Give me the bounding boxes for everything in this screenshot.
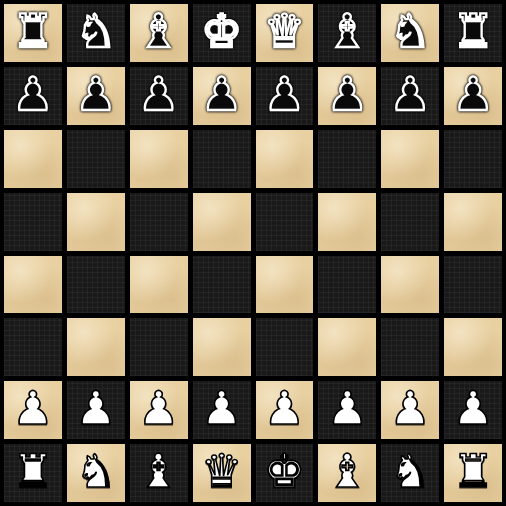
square-d6[interactable] xyxy=(193,130,251,188)
piece-white-bishop[interactable]: ♝ xyxy=(327,448,368,494)
square-a6[interactable] xyxy=(4,130,62,188)
piece-white-pawn[interactable]: ♟ xyxy=(264,385,305,431)
piece-black-pawn[interactable]: ♟ xyxy=(264,71,305,117)
piece-white-pawn[interactable]: ♟ xyxy=(75,385,116,431)
square-b6[interactable] xyxy=(67,130,125,188)
square-a4[interactable] xyxy=(4,256,62,314)
piece-black-rook[interactable]: ♜ xyxy=(12,8,53,54)
square-a2[interactable]: ♟ xyxy=(4,381,62,439)
piece-black-queen[interactable]: ♛ xyxy=(264,8,305,54)
square-c3[interactable] xyxy=(130,318,188,376)
square-b7[interactable]: ♟ xyxy=(67,67,125,125)
square-e3[interactable] xyxy=(256,318,314,376)
square-g6[interactable] xyxy=(381,130,439,188)
square-b1[interactable]: ♞ xyxy=(67,444,125,502)
chess-board: ♜♞♝♚♛♝♞♜♟♟♟♟♟♟♟♟♟♟♟♟♟♟♟♟♜♞♝♛♚♝♞♜ xyxy=(0,0,506,506)
square-f4[interactable] xyxy=(318,256,376,314)
square-d7[interactable]: ♟ xyxy=(193,67,251,125)
piece-white-knight[interactable]: ♞ xyxy=(75,448,116,494)
square-d3[interactable] xyxy=(193,318,251,376)
square-b4[interactable] xyxy=(67,256,125,314)
square-h8[interactable]: ♜ xyxy=(444,4,502,62)
piece-black-knight[interactable]: ♞ xyxy=(390,8,431,54)
square-h6[interactable] xyxy=(444,130,502,188)
piece-white-rook[interactable]: ♜ xyxy=(452,448,493,494)
square-b2[interactable]: ♟ xyxy=(67,381,125,439)
square-a3[interactable] xyxy=(4,318,62,376)
square-f1[interactable]: ♝ xyxy=(318,444,376,502)
square-d1[interactable]: ♛ xyxy=(193,444,251,502)
square-c2[interactable]: ♟ xyxy=(130,381,188,439)
square-g3[interactable] xyxy=(381,318,439,376)
piece-white-bishop[interactable]: ♝ xyxy=(138,448,179,494)
square-a8[interactable]: ♜ xyxy=(4,4,62,62)
square-f2[interactable]: ♟ xyxy=(318,381,376,439)
square-c1[interactable]: ♝ xyxy=(130,444,188,502)
square-h2[interactable]: ♟ xyxy=(444,381,502,439)
piece-white-pawn[interactable]: ♟ xyxy=(390,385,431,431)
square-g5[interactable] xyxy=(381,193,439,251)
square-b8[interactable]: ♞ xyxy=(67,4,125,62)
square-e6[interactable] xyxy=(256,130,314,188)
square-g4[interactable] xyxy=(381,256,439,314)
piece-white-pawn[interactable]: ♟ xyxy=(12,385,53,431)
piece-black-pawn[interactable]: ♟ xyxy=(12,71,53,117)
square-d2[interactable]: ♟ xyxy=(193,381,251,439)
square-c8[interactable]: ♝ xyxy=(130,4,188,62)
square-a5[interactable] xyxy=(4,193,62,251)
square-d4[interactable] xyxy=(193,256,251,314)
square-e4[interactable] xyxy=(256,256,314,314)
square-f3[interactable] xyxy=(318,318,376,376)
square-e7[interactable]: ♟ xyxy=(256,67,314,125)
piece-black-bishop[interactable]: ♝ xyxy=(138,8,179,54)
piece-white-pawn[interactable]: ♟ xyxy=(327,385,368,431)
piece-black-bishop[interactable]: ♝ xyxy=(327,8,368,54)
square-c4[interactable] xyxy=(130,256,188,314)
piece-black-pawn[interactable]: ♟ xyxy=(138,71,179,117)
piece-white-knight[interactable]: ♞ xyxy=(390,448,431,494)
piece-black-king[interactable]: ♚ xyxy=(201,8,242,54)
square-c5[interactable] xyxy=(130,193,188,251)
square-c7[interactable]: ♟ xyxy=(130,67,188,125)
piece-white-rook[interactable]: ♜ xyxy=(12,448,53,494)
square-h3[interactable] xyxy=(444,318,502,376)
square-h1[interactable]: ♜ xyxy=(444,444,502,502)
piece-black-pawn[interactable]: ♟ xyxy=(390,71,431,117)
piece-white-pawn[interactable]: ♟ xyxy=(138,385,179,431)
square-h7[interactable]: ♟ xyxy=(444,67,502,125)
piece-black-pawn[interactable]: ♟ xyxy=(201,71,242,117)
square-b3[interactable] xyxy=(67,318,125,376)
square-e8[interactable]: ♛ xyxy=(256,4,314,62)
square-f8[interactable]: ♝ xyxy=(318,4,376,62)
square-a1[interactable]: ♜ xyxy=(4,444,62,502)
piece-black-pawn[interactable]: ♟ xyxy=(452,71,493,117)
piece-white-pawn[interactable]: ♟ xyxy=(452,385,493,431)
piece-black-pawn[interactable]: ♟ xyxy=(327,71,368,117)
square-d8[interactable]: ♚ xyxy=(193,4,251,62)
square-c6[interactable] xyxy=(130,130,188,188)
square-h5[interactable] xyxy=(444,193,502,251)
square-e2[interactable]: ♟ xyxy=(256,381,314,439)
square-g1[interactable]: ♞ xyxy=(381,444,439,502)
square-e1[interactable]: ♚ xyxy=(256,444,314,502)
square-b5[interactable] xyxy=(67,193,125,251)
square-g7[interactable]: ♟ xyxy=(381,67,439,125)
square-e5[interactable] xyxy=(256,193,314,251)
piece-black-rook[interactable]: ♜ xyxy=(452,8,493,54)
square-h4[interactable] xyxy=(444,256,502,314)
square-f6[interactable] xyxy=(318,130,376,188)
square-g8[interactable]: ♞ xyxy=(381,4,439,62)
square-g2[interactable]: ♟ xyxy=(381,381,439,439)
square-f7[interactable]: ♟ xyxy=(318,67,376,125)
square-d5[interactable] xyxy=(193,193,251,251)
square-f5[interactable] xyxy=(318,193,376,251)
piece-white-queen[interactable]: ♛ xyxy=(201,448,242,494)
piece-white-pawn[interactable]: ♟ xyxy=(201,385,242,431)
square-a7[interactable]: ♟ xyxy=(4,67,62,125)
piece-white-king[interactable]: ♚ xyxy=(264,448,305,494)
piece-black-pawn[interactable]: ♟ xyxy=(75,71,116,117)
piece-black-knight[interactable]: ♞ xyxy=(75,8,116,54)
